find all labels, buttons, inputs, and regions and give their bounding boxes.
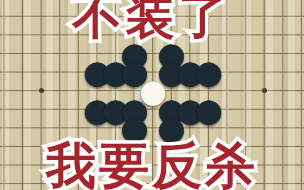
black-stone: ●	[199, 63, 218, 82]
black-stone: ●	[125, 119, 144, 138]
thumbnail-canvas: ●●●●●●●●●●●●●●●●● 不装了 不装了 我要反杀 我要反杀	[0, 0, 304, 190]
star-point	[39, 88, 44, 93]
go-board: ●●●●●●●●●●●●●●●●●	[0, 0, 304, 190]
white-stone: ●	[144, 82, 163, 101]
star-point	[262, 88, 267, 93]
black-stone: ●	[199, 100, 218, 119]
black-stone: ●	[162, 119, 181, 138]
